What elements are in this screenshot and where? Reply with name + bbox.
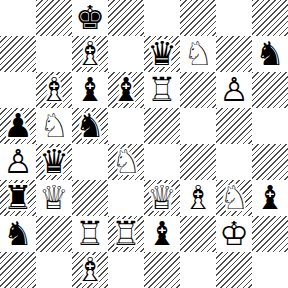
square-d5[interactable]	[108, 108, 144, 144]
square-e6[interactable]: ♜♖	[144, 72, 180, 108]
square-b6[interactable]: ♝♗	[36, 72, 72, 108]
square-a8[interactable]	[0, 0, 36, 36]
piece-white-pawn: ♙	[0, 144, 36, 180]
square-g5[interactable]	[216, 108, 252, 144]
square-c7[interactable]: ♝♗	[72, 36, 108, 72]
square-c5[interactable]: ♞♞	[72, 108, 108, 144]
square-g1[interactable]	[216, 252, 252, 288]
piece-white-queen: ♕	[144, 180, 180, 216]
square-d2[interactable]: ♜♖	[108, 216, 144, 252]
piece-white-rook: ♖	[72, 216, 108, 252]
piece-black-rook: ♜	[0, 180, 36, 216]
square-g8[interactable]	[216, 0, 252, 36]
square-d6[interactable]: ♝♝	[108, 72, 144, 108]
square-a3[interactable]: ♜♜	[0, 180, 36, 216]
square-g2[interactable]: ♚♔	[216, 216, 252, 252]
piece-black-king: ♚	[72, 0, 108, 36]
square-e8[interactable]	[144, 0, 180, 36]
square-a2[interactable]: ♞♞	[0, 216, 36, 252]
square-e4[interactable]	[144, 144, 180, 180]
square-h3[interactable]: ♝♝	[252, 180, 288, 216]
square-d7[interactable]	[108, 36, 144, 72]
square-h4[interactable]	[252, 144, 288, 180]
square-d8[interactable]	[108, 0, 144, 36]
square-f7[interactable]: ♞♘	[180, 36, 216, 72]
piece-white-knight: ♘	[36, 108, 72, 144]
square-f1[interactable]	[180, 252, 216, 288]
square-a7[interactable]	[0, 36, 36, 72]
square-b5[interactable]: ♞♘	[36, 108, 72, 144]
square-c4[interactable]	[72, 144, 108, 180]
square-h2[interactable]	[252, 216, 288, 252]
square-a4[interactable]: ♟♙	[0, 144, 36, 180]
square-b8[interactable]	[36, 0, 72, 36]
square-b2[interactable]	[36, 216, 72, 252]
square-f2[interactable]	[180, 216, 216, 252]
square-c1[interactable]: ♝♗	[72, 252, 108, 288]
square-b3[interactable]: ♛♕	[36, 180, 72, 216]
square-e7[interactable]: ♛♛	[144, 36, 180, 72]
piece-black-bishop: ♝	[72, 72, 108, 108]
piece-white-bishop: ♗	[72, 252, 108, 288]
piece-white-rook: ♖	[144, 72, 180, 108]
square-a6[interactable]	[0, 72, 36, 108]
piece-white-bishop: ♗	[36, 72, 72, 108]
piece-black-knight: ♞	[72, 108, 108, 144]
piece-white-knight: ♘	[108, 144, 144, 180]
square-f6[interactable]	[180, 72, 216, 108]
piece-black-pawn: ♟	[0, 108, 36, 144]
square-b4[interactable]: ♛♛	[36, 144, 72, 180]
piece-black-queen: ♛	[36, 144, 72, 180]
square-e3[interactable]: ♛♕	[144, 180, 180, 216]
square-h8[interactable]	[252, 0, 288, 36]
square-f8[interactable]	[180, 0, 216, 36]
square-h1[interactable]	[252, 252, 288, 288]
square-e5[interactable]	[144, 108, 180, 144]
square-a5[interactable]: ♟♟	[0, 108, 36, 144]
square-h7[interactable]: ♞♞	[252, 36, 288, 72]
piece-black-bishop: ♝	[252, 180, 288, 216]
square-h6[interactable]	[252, 72, 288, 108]
square-c3[interactable]	[72, 180, 108, 216]
piece-white-pawn: ♙	[216, 72, 252, 108]
square-b1[interactable]	[36, 252, 72, 288]
square-a1[interactable]	[0, 252, 36, 288]
square-e1[interactable]	[144, 252, 180, 288]
piece-white-knight: ♘	[180, 36, 216, 72]
square-f5[interactable]	[180, 108, 216, 144]
piece-white-knight: ♘	[216, 180, 252, 216]
square-c2[interactable]: ♜♖	[72, 216, 108, 252]
square-d3[interactable]	[108, 180, 144, 216]
square-g6[interactable]: ♟♙	[216, 72, 252, 108]
chess-board: ♚♚♝♗♛♛♞♘♞♞♝♗♝♝♝♝♜♖♟♙♟♟♞♘♞♞♟♙♛♛♞♘♜♜♛♕♛♕♝♗…	[0, 0, 288, 288]
piece-white-rook: ♖	[108, 216, 144, 252]
piece-white-queen: ♕	[36, 180, 72, 216]
piece-black-bishop: ♝	[144, 216, 180, 252]
piece-black-bishop: ♝	[108, 72, 144, 108]
piece-black-knight: ♞	[252, 36, 288, 72]
piece-black-queen: ♛	[144, 36, 180, 72]
square-d4[interactable]: ♞♘	[108, 144, 144, 180]
square-d1[interactable]	[108, 252, 144, 288]
square-f4[interactable]	[180, 144, 216, 180]
square-g3[interactable]: ♞♘	[216, 180, 252, 216]
square-b7[interactable]	[36, 36, 72, 72]
square-f3[interactable]: ♝♗	[180, 180, 216, 216]
piece-white-bishop: ♗	[180, 180, 216, 216]
square-h5[interactable]	[252, 108, 288, 144]
square-c8[interactable]: ♚♚	[72, 0, 108, 36]
piece-white-king: ♔	[216, 216, 252, 252]
square-g7[interactable]	[216, 36, 252, 72]
square-e2[interactable]: ♝♝	[144, 216, 180, 252]
piece-black-knight: ♞	[0, 216, 36, 252]
piece-white-bishop: ♗	[72, 36, 108, 72]
square-g4[interactable]	[216, 144, 252, 180]
square-c6[interactable]: ♝♝	[72, 72, 108, 108]
